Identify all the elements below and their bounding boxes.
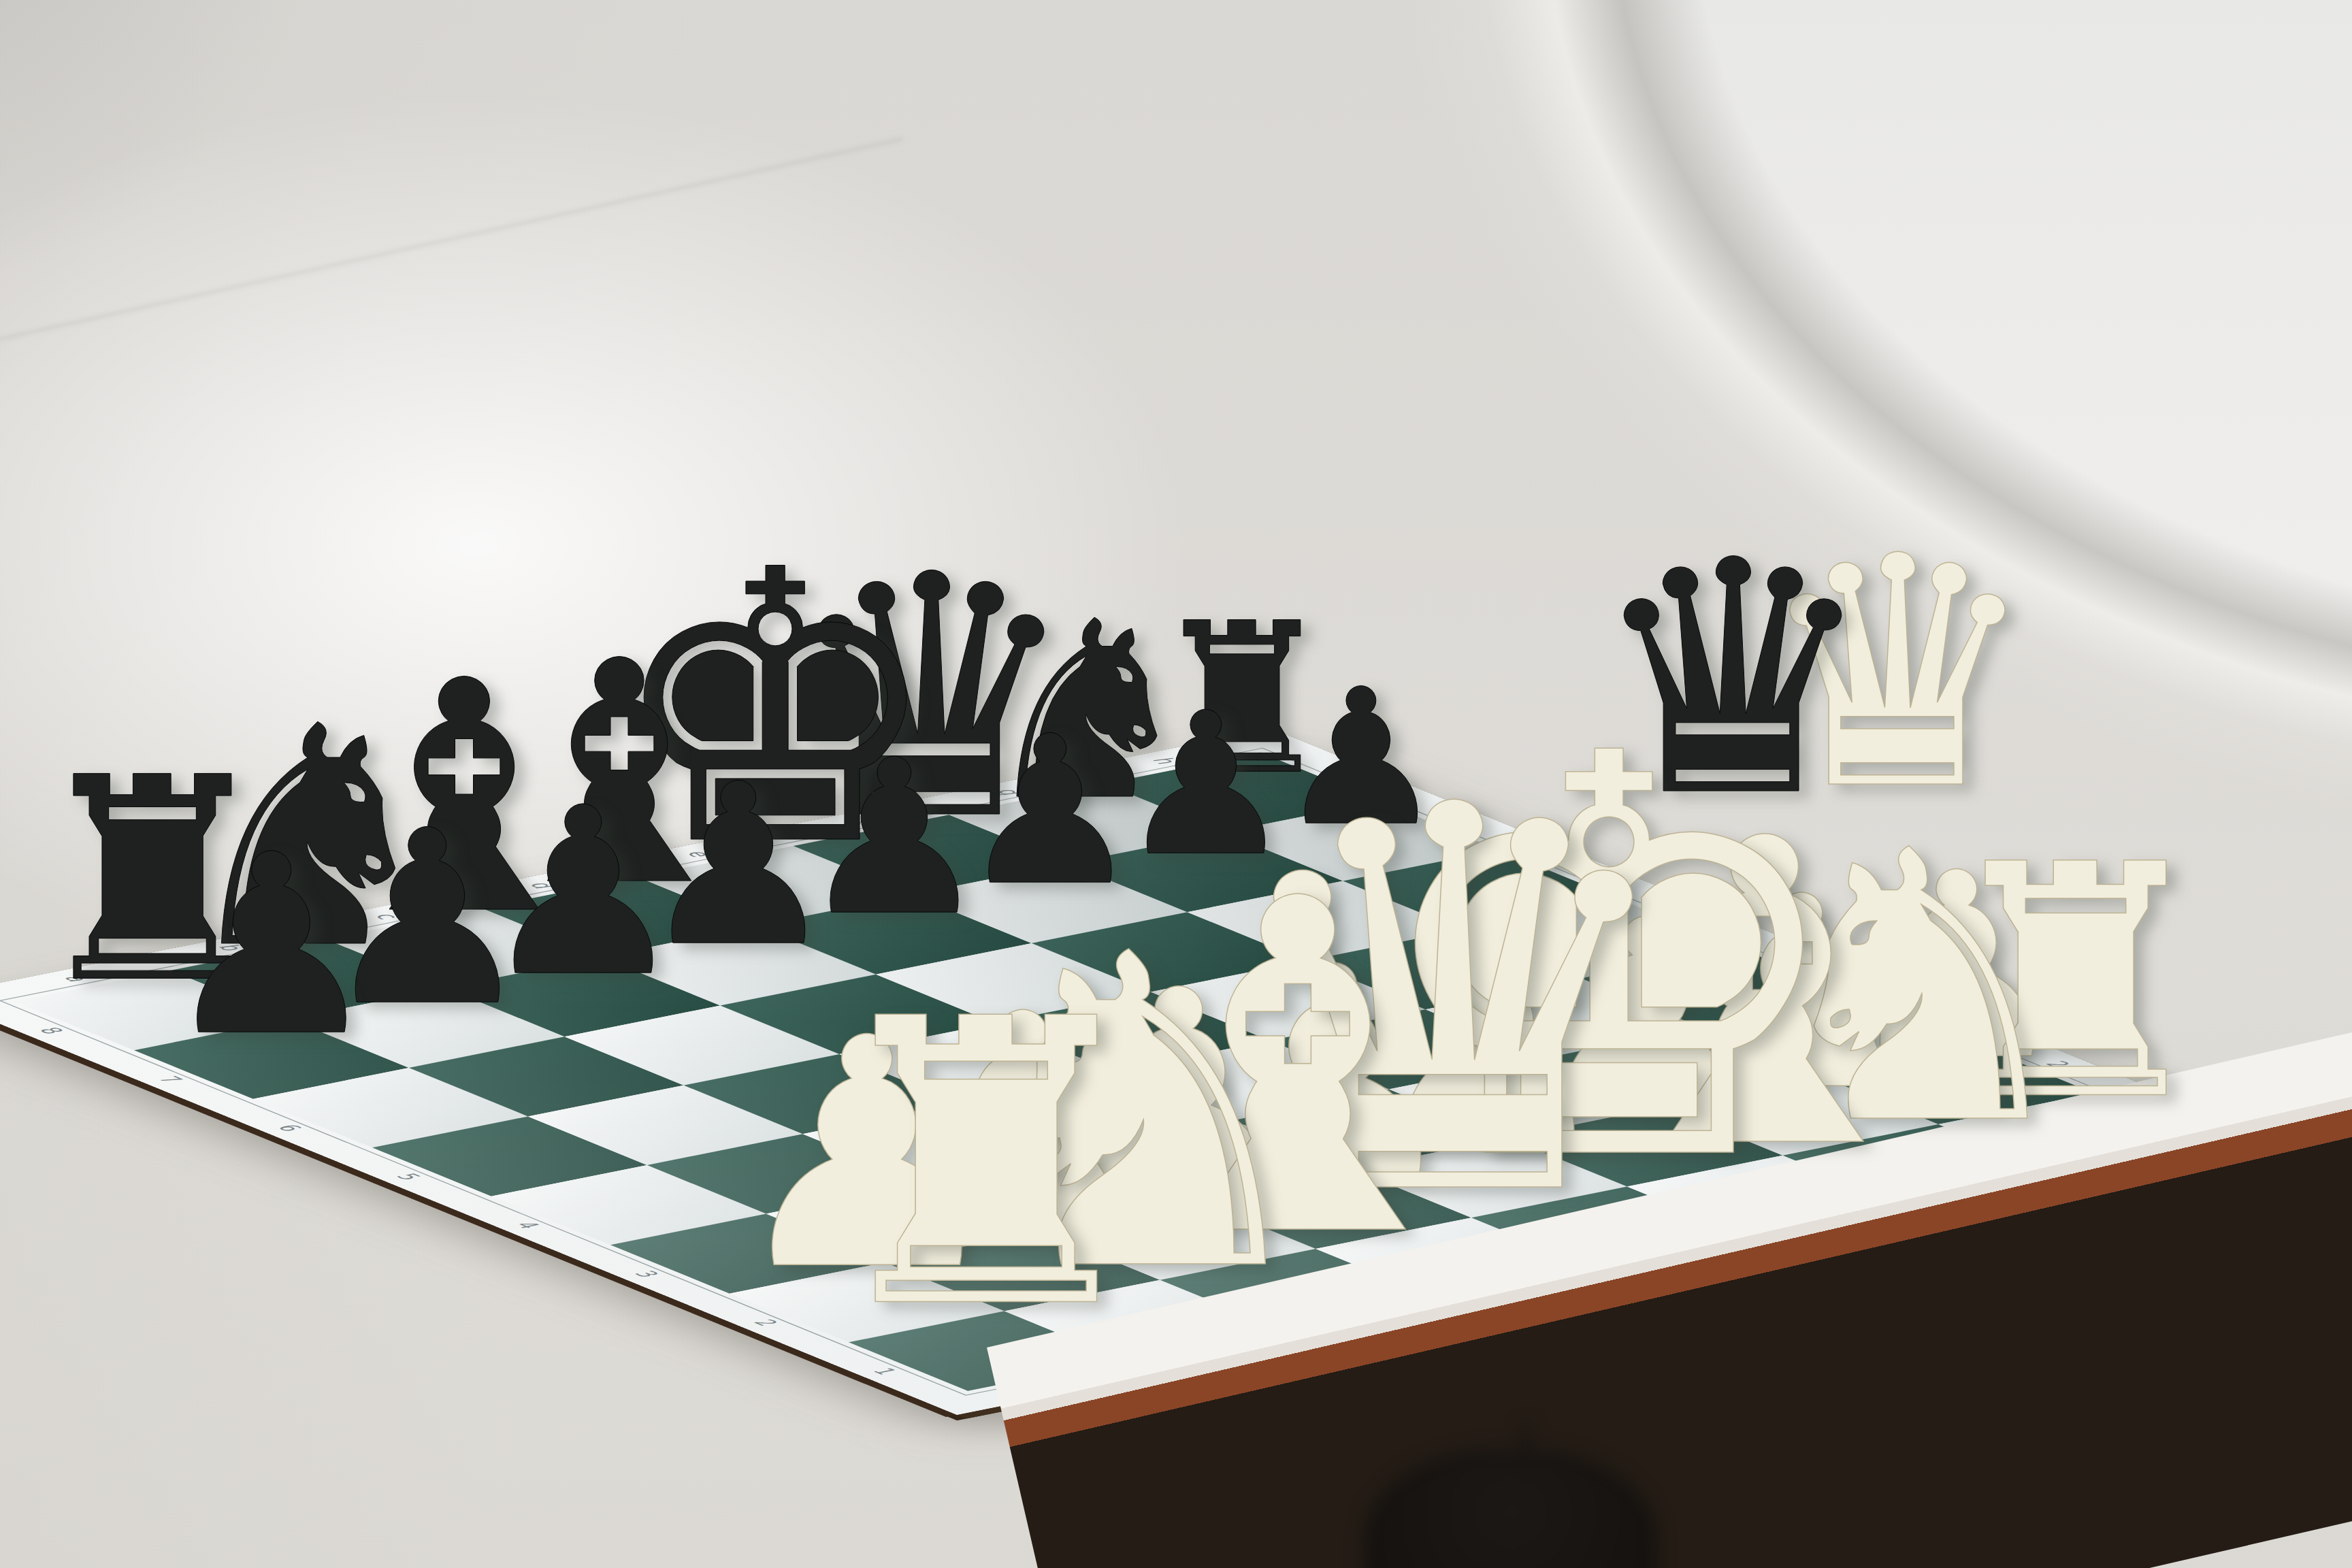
black-pawn-a7[interactable]: ♟ <box>160 821 382 1070</box>
white-rook-a1[interactable]: ♜ <box>810 968 1162 1362</box>
backdrop-seam-line <box>0 137 903 346</box>
studio-photo-scene: aa88bb77cc66dd55ee44ff33gg22hh11 ♜♞♝♝♚♛♞… <box>0 0 2352 1568</box>
